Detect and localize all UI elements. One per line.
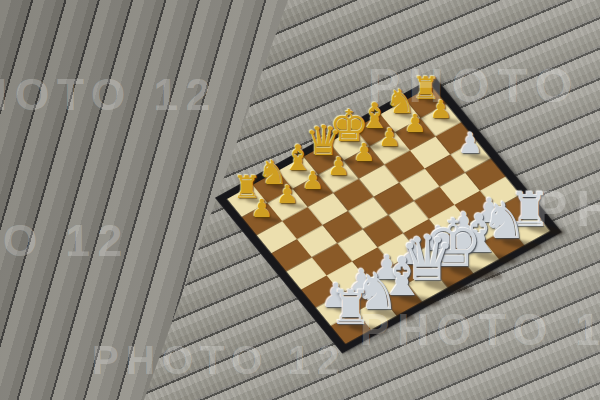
photo-root: ♜♞♝♛♚♝♞♜♟♟♟♟♟♟♟♟♟♟♟♟♟♟♟♟♜♞♝♛♚♝♞♜ PHOTO 1…	[0, 0, 600, 400]
